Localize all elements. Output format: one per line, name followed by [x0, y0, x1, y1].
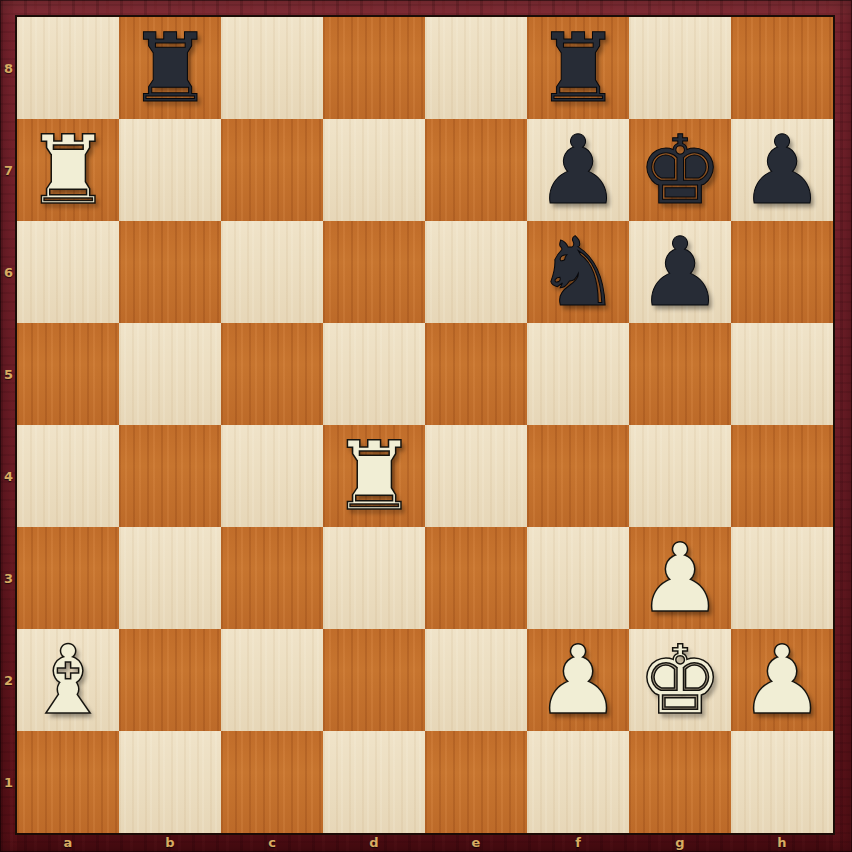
square-h8[interactable]	[731, 17, 833, 119]
square-b7[interactable]	[119, 119, 221, 221]
file-label-c: c	[221, 833, 323, 852]
square-h6[interactable]	[731, 221, 833, 323]
square-b6[interactable]	[119, 221, 221, 323]
square-e2[interactable]	[425, 629, 527, 731]
square-g6[interactable]: ♟	[629, 221, 731, 323]
square-f4[interactable]	[527, 425, 629, 527]
file-labels: abcdefgh	[17, 833, 833, 852]
square-e7[interactable]	[425, 119, 527, 221]
square-b8[interactable]: ♜	[119, 17, 221, 119]
square-f6[interactable]: ♞	[527, 221, 629, 323]
piece-black-pawn[interactable]: ♟	[731, 119, 833, 221]
square-d1[interactable]	[323, 731, 425, 833]
square-a2[interactable]: ♝	[17, 629, 119, 731]
square-f3[interactable]	[527, 527, 629, 629]
piece-white-rook[interactable]: ♜	[323, 425, 425, 527]
square-g1[interactable]	[629, 731, 731, 833]
square-g3[interactable]: ♟	[629, 527, 731, 629]
square-c5[interactable]	[221, 323, 323, 425]
square-e4[interactable]	[425, 425, 527, 527]
square-d7[interactable]	[323, 119, 425, 221]
square-c2[interactable]	[221, 629, 323, 731]
square-h4[interactable]	[731, 425, 833, 527]
square-a3[interactable]	[17, 527, 119, 629]
file-label-g: g	[629, 833, 731, 852]
square-c7[interactable]	[221, 119, 323, 221]
piece-black-rook[interactable]: ♜	[119, 17, 221, 119]
piece-white-king[interactable]: ♚	[629, 629, 731, 731]
piece-white-pawn[interactable]: ♟	[629, 527, 731, 629]
square-f2[interactable]: ♟	[527, 629, 629, 731]
square-b4[interactable]	[119, 425, 221, 527]
piece-white-rook[interactable]: ♜	[17, 119, 119, 221]
rank-label-4: 4	[0, 425, 17, 527]
square-g7[interactable]: ♚	[629, 119, 731, 221]
square-h1[interactable]	[731, 731, 833, 833]
square-h3[interactable]	[731, 527, 833, 629]
square-a4[interactable]	[17, 425, 119, 527]
file-label-d: d	[323, 833, 425, 852]
file-label-e: e	[425, 833, 527, 852]
square-e3[interactable]	[425, 527, 527, 629]
file-label-f: f	[527, 833, 629, 852]
rank-label-8: 8	[0, 17, 17, 119]
square-d8[interactable]	[323, 17, 425, 119]
square-g4[interactable]	[629, 425, 731, 527]
piece-black-king[interactable]: ♚	[629, 119, 731, 221]
square-g5[interactable]	[629, 323, 731, 425]
square-b2[interactable]	[119, 629, 221, 731]
square-h2[interactable]: ♟	[731, 629, 833, 731]
square-f1[interactable]	[527, 731, 629, 833]
square-d3[interactable]	[323, 527, 425, 629]
square-a5[interactable]	[17, 323, 119, 425]
square-h5[interactable]	[731, 323, 833, 425]
square-c3[interactable]	[221, 527, 323, 629]
square-d2[interactable]	[323, 629, 425, 731]
square-d4[interactable]: ♜	[323, 425, 425, 527]
square-g8[interactable]	[629, 17, 731, 119]
chess-board: ♜♜♜♟♚♟♞♟♜♟♝♟♚♟	[17, 17, 833, 833]
square-b5[interactable]	[119, 323, 221, 425]
rank-label-6: 6	[0, 221, 17, 323]
piece-white-pawn[interactable]: ♟	[527, 629, 629, 731]
piece-black-pawn[interactable]: ♟	[629, 221, 731, 323]
square-f5[interactable]	[527, 323, 629, 425]
file-label-h: h	[731, 833, 833, 852]
file-label-a: a	[17, 833, 119, 852]
square-g2[interactable]: ♚	[629, 629, 731, 731]
square-e1[interactable]	[425, 731, 527, 833]
square-a1[interactable]	[17, 731, 119, 833]
piece-white-bishop[interactable]: ♝	[17, 629, 119, 731]
rank-label-1: 1	[0, 731, 17, 833]
square-f7[interactable]: ♟	[527, 119, 629, 221]
square-a6[interactable]	[17, 221, 119, 323]
rank-label-5: 5	[0, 323, 17, 425]
piece-black-knight[interactable]: ♞	[527, 221, 629, 323]
square-b1[interactable]	[119, 731, 221, 833]
square-d5[interactable]	[323, 323, 425, 425]
square-e8[interactable]	[425, 17, 527, 119]
square-c6[interactable]	[221, 221, 323, 323]
board-frame: ♜♜♜♟♚♟♞♟♜♟♝♟♚♟ 87654321 abcdefgh	[0, 0, 852, 852]
square-e6[interactable]	[425, 221, 527, 323]
file-label-b: b	[119, 833, 221, 852]
square-e5[interactable]	[425, 323, 527, 425]
piece-black-pawn[interactable]: ♟	[527, 119, 629, 221]
square-d6[interactable]	[323, 221, 425, 323]
square-f8[interactable]: ♜	[527, 17, 629, 119]
square-a7[interactable]: ♜	[17, 119, 119, 221]
square-a8[interactable]	[17, 17, 119, 119]
rank-labels: 87654321	[0, 17, 17, 833]
square-c4[interactable]	[221, 425, 323, 527]
square-b3[interactable]	[119, 527, 221, 629]
square-c8[interactable]	[221, 17, 323, 119]
rank-label-3: 3	[0, 527, 17, 629]
piece-white-pawn[interactable]: ♟	[731, 629, 833, 731]
square-c1[interactable]	[221, 731, 323, 833]
rank-label-7: 7	[0, 119, 17, 221]
piece-black-rook[interactable]: ♜	[527, 17, 629, 119]
rank-label-2: 2	[0, 629, 17, 731]
square-h7[interactable]: ♟	[731, 119, 833, 221]
